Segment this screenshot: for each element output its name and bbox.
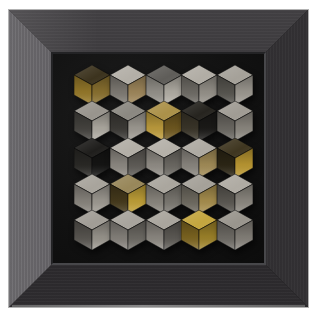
- cube-r1c3-silver: [146, 65, 182, 105]
- cube-r2c5-silver: [217, 101, 253, 141]
- framed-wall-art-photo: [0, 0, 320, 320]
- cube-r2c2-silver: [110, 101, 146, 141]
- cube-r4c1-silver: [74, 174, 110, 214]
- cube-r2c3-gold: [146, 101, 182, 141]
- frame-bottom-edge-highlight: [12, 305, 305, 307]
- cube-r5c2-silver: [110, 210, 146, 250]
- cube-r1c2-silver: [110, 65, 146, 105]
- cube-r5c1-silver: [74, 210, 110, 250]
- wooden-frame: [9, 10, 308, 307]
- cube-r4c3-silver: [146, 174, 182, 214]
- cube-r3c2-silver: [110, 138, 146, 178]
- cube-r5c4-gold: [181, 210, 217, 250]
- cube-r2c1-silver: [74, 101, 110, 141]
- cube-r4c2-gold: [110, 174, 146, 214]
- cube-r3c1-dark: [74, 138, 110, 178]
- backing-board: [51, 52, 266, 265]
- cube-r1c5-silver: [217, 65, 253, 105]
- cube-r3c4-silver: [181, 138, 217, 178]
- cube-r2c4-dark: [181, 101, 217, 141]
- cube-r1c4-silver: [181, 65, 217, 105]
- cube-r3c5-gold: [217, 138, 253, 178]
- cube-r1c1-gold: [74, 65, 110, 105]
- cube-r4c5-silver: [217, 174, 253, 214]
- cube-r3c3-silver: [146, 138, 182, 178]
- cube-r4c4-silver: [181, 174, 217, 214]
- cube-grid: [53, 54, 264, 263]
- cube-r5c3-silver: [146, 210, 182, 250]
- cube-r5c5-silver: [217, 210, 253, 250]
